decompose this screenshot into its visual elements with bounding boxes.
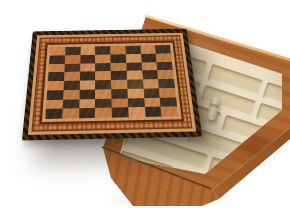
square-f4 — [127, 79, 143, 88]
square-h6 — [157, 62, 173, 71]
square-e8 — [110, 46, 125, 54]
square-g2 — [144, 97, 161, 107]
square-b7 — [65, 55, 81, 64]
square-c6 — [80, 63, 96, 72]
square-e6 — [111, 62, 127, 71]
square-f7 — [126, 54, 142, 63]
square-h8 — [155, 45, 171, 53]
square-c2 — [79, 99, 95, 109]
square-d4 — [95, 80, 111, 89]
square-h5 — [157, 70, 174, 79]
product-photo — [0, 0, 290, 208]
square-d3 — [95, 89, 111, 99]
square-e1 — [112, 107, 129, 117]
square-d6 — [95, 63, 111, 72]
square-a1 — [45, 109, 62, 119]
square-a2 — [46, 99, 63, 109]
square-g3 — [143, 88, 160, 98]
square-e7 — [110, 54, 126, 63]
square-f3 — [127, 88, 144, 98]
square-b5 — [64, 72, 80, 81]
square-c7 — [80, 55, 95, 64]
square-g1 — [144, 107, 161, 117]
square-g8 — [140, 45, 156, 53]
square-f1 — [128, 107, 145, 117]
board-outer-band — [28, 33, 196, 135]
square-b6 — [64, 63, 80, 72]
square-g5 — [142, 70, 158, 79]
square-e2 — [111, 98, 128, 108]
square-b2 — [62, 99, 79, 109]
board-inner-frame — [40, 41, 185, 124]
square-g4 — [142, 79, 159, 88]
tray-slot — [229, 187, 285, 208]
square-e4 — [111, 80, 127, 89]
square-h2 — [160, 97, 177, 107]
square-c4 — [79, 80, 95, 89]
square-f6 — [126, 62, 142, 71]
square-c8 — [80, 46, 95, 54]
square-d1 — [95, 108, 112, 118]
square-h7 — [156, 53, 172, 62]
square-g7 — [141, 53, 157, 62]
square-a7 — [49, 55, 65, 64]
board-squares — [45, 45, 178, 119]
square-f2 — [128, 98, 145, 108]
square-a8 — [50, 47, 66, 55]
chessboard — [22, 29, 202, 141]
square-f5 — [126, 71, 142, 80]
square-b8 — [65, 47, 80, 55]
square-c3 — [79, 89, 95, 99]
board-rope-edge — [22, 29, 202, 141]
square-g6 — [141, 62, 157, 71]
square-c1 — [79, 108, 96, 118]
square-d7 — [95, 54, 110, 63]
square-c5 — [79, 72, 95, 81]
square-d2 — [95, 98, 111, 108]
square-b3 — [63, 90, 79, 100]
square-a6 — [49, 64, 65, 73]
square-d5 — [95, 71, 111, 80]
square-a4 — [47, 81, 63, 90]
square-h3 — [159, 88, 176, 98]
board-ornate-border — [31, 35, 192, 132]
square-a3 — [47, 90, 64, 100]
square-h4 — [158, 79, 175, 88]
square-f8 — [125, 46, 141, 54]
square-a5 — [48, 72, 64, 81]
square-b4 — [63, 81, 79, 90]
square-e3 — [111, 89, 127, 99]
square-d8 — [95, 46, 110, 54]
square-e5 — [111, 71, 127, 80]
square-h1 — [161, 107, 178, 117]
square-b1 — [62, 108, 79, 118]
